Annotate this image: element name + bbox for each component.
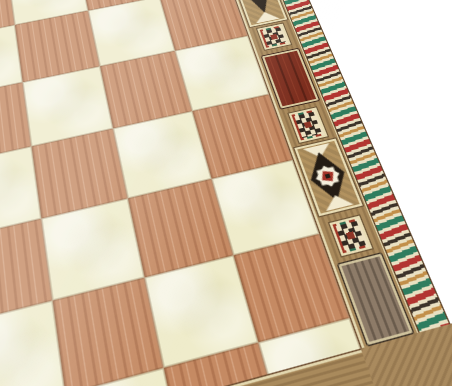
chessboard-product-photo — [0, 0, 452, 386]
pinwheel-mosaic-tile — [256, 23, 292, 51]
pinwheel-mosaic-tile — [287, 106, 329, 144]
board-plane — [0, 0, 452, 386]
inlay-triangle — [253, 10, 280, 24]
pinwheel-mosaic-tile — [328, 214, 374, 257]
